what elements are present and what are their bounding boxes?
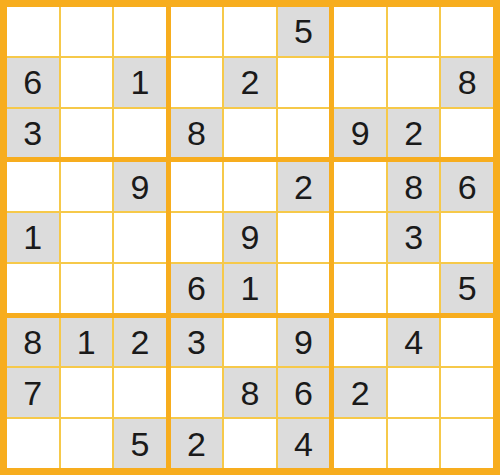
cell-r9c6[interactable]: 4 <box>278 419 330 468</box>
cell-r1c5[interactable] <box>224 7 276 56</box>
cell-r3c7[interactable]: 9 <box>334 109 386 158</box>
cell-r9c4[interactable]: 2 <box>171 419 223 468</box>
cell-r1c2[interactable] <box>61 7 113 56</box>
cell-r9c7[interactable] <box>334 419 386 468</box>
box-r3c1: 81275 <box>7 318 166 468</box>
cell-r9c2[interactable] <box>61 419 113 468</box>
box-r3c2: 398624 <box>171 318 330 468</box>
cell-r7c9[interactable] <box>441 318 493 367</box>
cell-r9c8[interactable] <box>388 419 440 468</box>
box-r1c1: 613 <box>7 7 166 157</box>
cell-r2c3[interactable]: 1 <box>114 58 166 107</box>
cell-r2c9[interactable]: 8 <box>441 58 493 107</box>
box-r1c2: 528 <box>171 7 330 157</box>
cell-r4c8[interactable]: 8 <box>388 162 440 211</box>
cell-r9c9[interactable] <box>441 419 493 468</box>
cell-r1c6[interactable]: 5 <box>278 7 330 56</box>
cell-r8c8[interactable] <box>388 368 440 417</box>
cell-r1c4[interactable] <box>171 7 223 56</box>
cell-r3c9[interactable] <box>441 109 493 158</box>
cell-r2c2[interactable] <box>61 58 113 107</box>
cell-r6c8[interactable] <box>388 264 440 313</box>
cell-r2c5[interactable]: 2 <box>224 58 276 107</box>
cell-r1c3[interactable] <box>114 7 166 56</box>
cell-r4c6[interactable]: 2 <box>278 162 330 211</box>
cell-r4c9[interactable]: 6 <box>441 162 493 211</box>
cell-r2c7[interactable] <box>334 58 386 107</box>
cell-r6c5[interactable]: 1 <box>224 264 276 313</box>
cell-r6c1[interactable] <box>7 264 59 313</box>
cell-r6c7[interactable] <box>334 264 386 313</box>
cell-r6c4[interactable]: 6 <box>171 264 223 313</box>
cell-r4c7[interactable] <box>334 162 386 211</box>
cell-r5c3[interactable] <box>114 213 166 262</box>
cell-r4c3[interactable]: 9 <box>114 162 166 211</box>
cell-r7c7[interactable] <box>334 318 386 367</box>
cell-r7c4[interactable]: 3 <box>171 318 223 367</box>
cell-r8c5[interactable]: 8 <box>224 368 276 417</box>
cell-r5c5[interactable]: 9 <box>224 213 276 262</box>
cell-r4c4[interactable] <box>171 162 223 211</box>
cell-r6c2[interactable] <box>61 264 113 313</box>
cell-r8c6[interactable]: 6 <box>278 368 330 417</box>
cell-r8c3[interactable] <box>114 368 166 417</box>
cell-r1c7[interactable] <box>334 7 386 56</box>
cell-r3c6[interactable] <box>278 109 330 158</box>
cell-r6c6[interactable] <box>278 264 330 313</box>
cell-r2c6[interactable] <box>278 58 330 107</box>
cell-r9c1[interactable] <box>7 419 59 468</box>
cell-r7c1[interactable]: 8 <box>7 318 59 367</box>
box-r2c2: 2961 <box>171 162 330 312</box>
cell-r4c2[interactable] <box>61 162 113 211</box>
cell-r7c5[interactable] <box>224 318 276 367</box>
cell-r5c6[interactable] <box>278 213 330 262</box>
cell-r5c1[interactable]: 1 <box>7 213 59 262</box>
cell-r5c8[interactable]: 3 <box>388 213 440 262</box>
cell-r8c2[interactable] <box>61 368 113 417</box>
cell-r5c9[interactable] <box>441 213 493 262</box>
cell-r5c2[interactable] <box>61 213 113 262</box>
cell-r3c2[interactable] <box>61 109 113 158</box>
cell-r3c8[interactable]: 2 <box>388 109 440 158</box>
cell-r5c7[interactable] <box>334 213 386 262</box>
cell-r6c9[interactable]: 5 <box>441 264 493 313</box>
cell-r5c4[interactable] <box>171 213 223 262</box>
cell-r9c3[interactable]: 5 <box>114 419 166 468</box>
cell-r2c4[interactable] <box>171 58 223 107</box>
box-r1c3: 892 <box>334 7 493 157</box>
cell-r1c1[interactable] <box>7 7 59 56</box>
cell-r9c5[interactable] <box>224 419 276 468</box>
cell-r3c3[interactable] <box>114 109 166 158</box>
cell-r2c8[interactable] <box>388 58 440 107</box>
cell-r8c9[interactable] <box>441 368 493 417</box>
cell-r7c8[interactable]: 4 <box>388 318 440 367</box>
cell-r7c3[interactable]: 2 <box>114 318 166 367</box>
sudoku-board: 61352889291296186358127539862442 <box>0 0 500 475</box>
cell-r4c1[interactable] <box>7 162 59 211</box>
cell-r8c4[interactable] <box>171 368 223 417</box>
cell-r8c7[interactable]: 2 <box>334 368 386 417</box>
cell-r7c2[interactable]: 1 <box>61 318 113 367</box>
cell-r8c1[interactable]: 7 <box>7 368 59 417</box>
box-r2c3: 8635 <box>334 162 493 312</box>
cell-r3c5[interactable] <box>224 109 276 158</box>
cell-r1c9[interactable] <box>441 7 493 56</box>
cell-r3c1[interactable]: 3 <box>7 109 59 158</box>
box-r3c3: 42 <box>334 318 493 468</box>
box-r2c1: 91 <box>7 162 166 312</box>
cell-r2c1[interactable]: 6 <box>7 58 59 107</box>
cell-r1c8[interactable] <box>388 7 440 56</box>
cell-r7c6[interactable]: 9 <box>278 318 330 367</box>
cell-r3c4[interactable]: 8 <box>171 109 223 158</box>
cell-r4c5[interactable] <box>224 162 276 211</box>
cell-r6c3[interactable] <box>114 264 166 313</box>
